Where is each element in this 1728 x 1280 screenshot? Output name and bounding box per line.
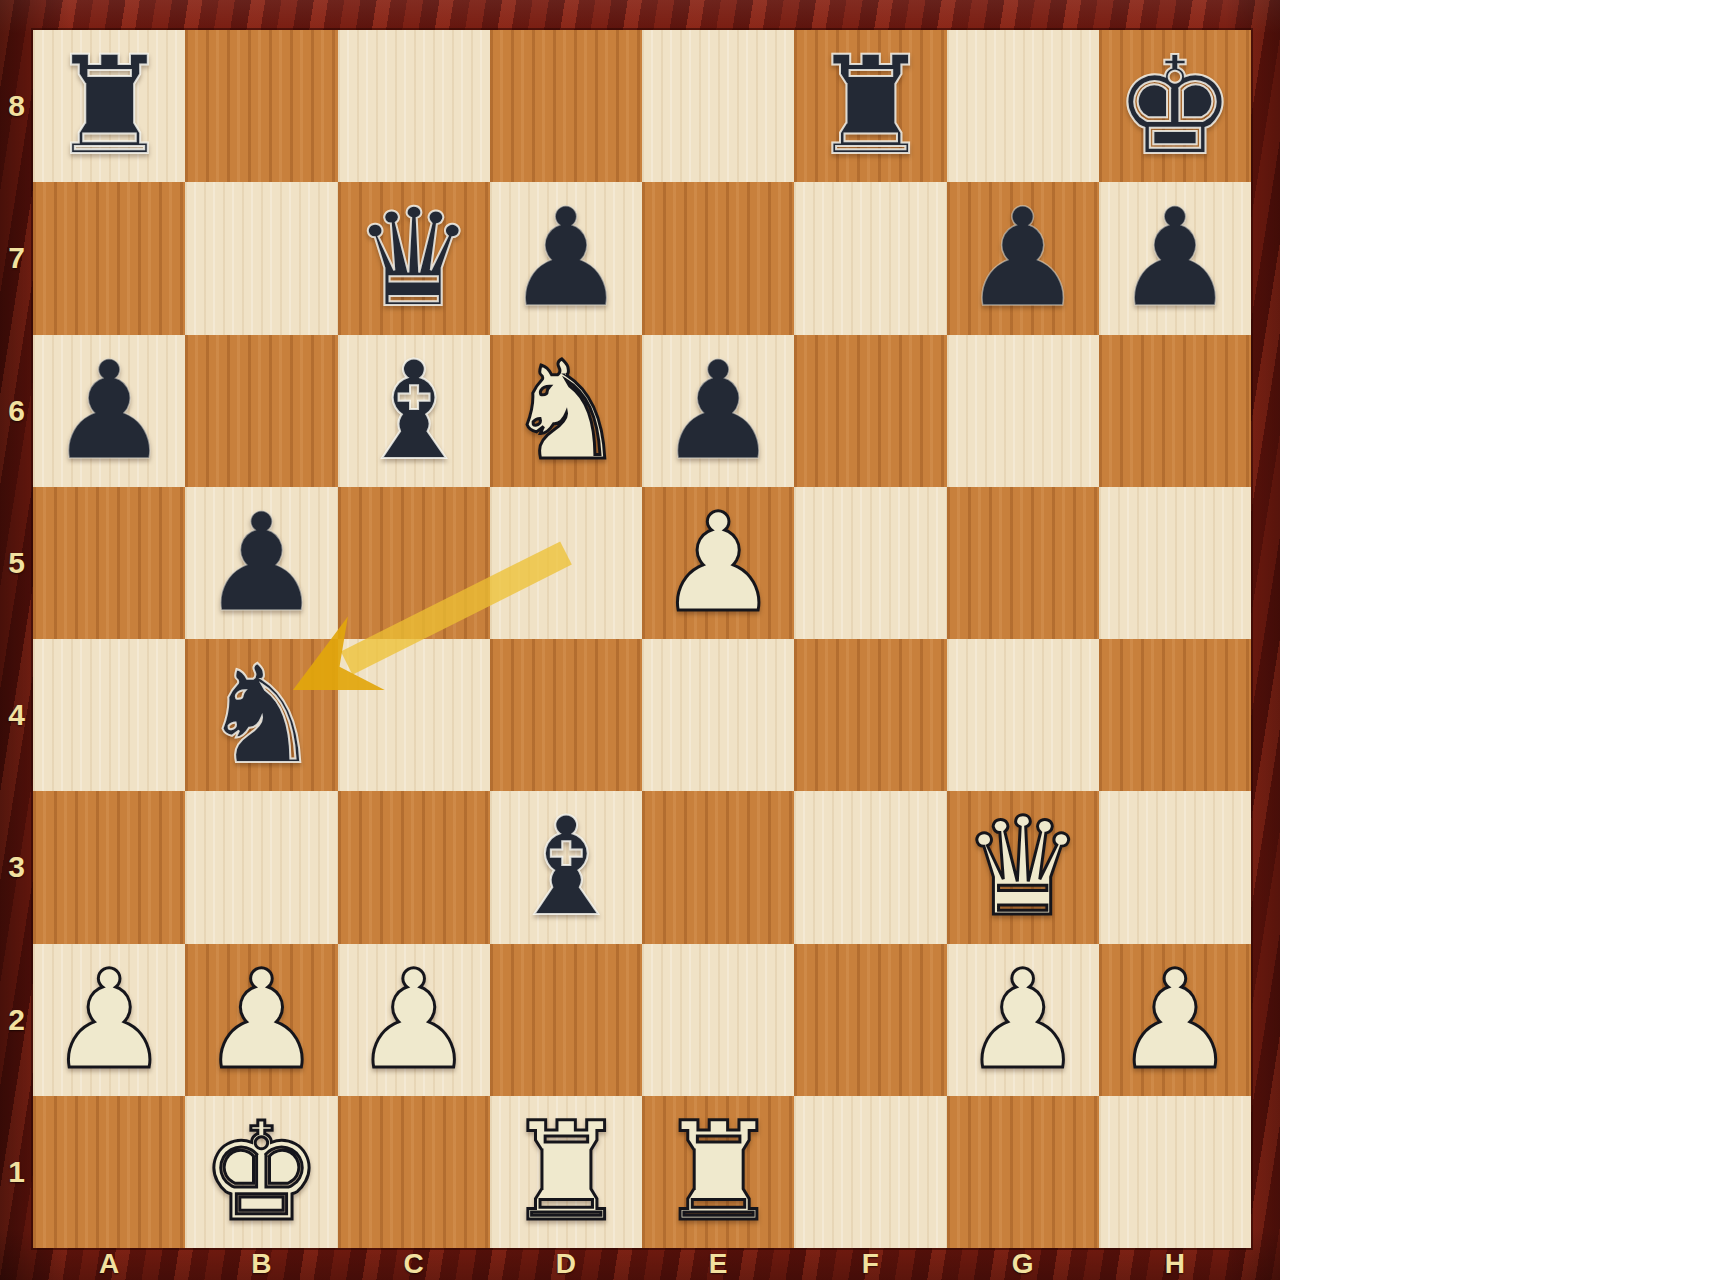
square-f3[interactable] xyxy=(794,791,946,943)
square-c1[interactable] xyxy=(338,1096,490,1248)
file-label-d: D xyxy=(490,1247,642,1280)
square-g6[interactable] xyxy=(947,335,1099,487)
square-f1[interactable] xyxy=(794,1096,946,1248)
file-label-e: E xyxy=(642,1247,794,1280)
square-b5[interactable]: ♟ xyxy=(185,487,337,639)
square-e7[interactable] xyxy=(642,182,794,334)
file-label-h: H xyxy=(1099,1247,1251,1280)
square-a1[interactable] xyxy=(33,1096,185,1248)
piece-white-pawn[interactable]: ♟ xyxy=(947,946,1099,1094)
piece-white-pawn[interactable]: ♟ xyxy=(33,946,185,1094)
square-h1[interactable] xyxy=(1099,1096,1251,1248)
square-b8[interactable] xyxy=(185,30,337,182)
square-e5[interactable]: ♟ xyxy=(642,487,794,639)
square-b2[interactable]: ♟ xyxy=(185,944,337,1096)
piece-white-queen[interactable]: ♛ xyxy=(947,793,1099,941)
piece-white-knight[interactable]: ♞ xyxy=(490,337,642,485)
square-g2[interactable]: ♟ xyxy=(947,944,1099,1096)
piece-white-rook[interactable]: ♜ xyxy=(490,1098,642,1246)
square-a7[interactable] xyxy=(33,182,185,334)
square-d1[interactable]: ♜ xyxy=(490,1096,642,1248)
rank-label-8: 8 xyxy=(0,30,33,182)
rank-label-7: 7 xyxy=(0,182,33,334)
board-squares: ♜♜♚♛♟♟♟♟♝♞♟♟♟♞♝♛♟♟♟♟♟♚♜♜ xyxy=(33,30,1251,1248)
square-f2[interactable] xyxy=(794,944,946,1096)
piece-black-queen[interactable]: ♛ xyxy=(338,184,490,332)
file-label-a: A xyxy=(33,1247,185,1280)
square-c6[interactable]: ♝ xyxy=(338,335,490,487)
square-c4[interactable] xyxy=(338,639,490,791)
square-e8[interactable] xyxy=(642,30,794,182)
square-f4[interactable] xyxy=(794,639,946,791)
piece-black-pawn[interactable]: ♟ xyxy=(1099,184,1251,332)
piece-black-pawn[interactable]: ♟ xyxy=(33,337,185,485)
chess-board: ♜♜♚♛♟♟♟♟♝♞♟♟♟♞♝♛♟♟♟♟♟♚♜♜ 87654321ABCDEFG… xyxy=(0,0,1280,1280)
piece-black-king[interactable]: ♚ xyxy=(1099,32,1251,180)
file-label-c: C xyxy=(338,1247,490,1280)
file-label-g: G xyxy=(947,1247,1099,1280)
square-b6[interactable] xyxy=(185,335,337,487)
rank-label-6: 6 xyxy=(0,335,33,487)
piece-black-pawn[interactable]: ♟ xyxy=(947,184,1099,332)
square-c7[interactable]: ♛ xyxy=(338,182,490,334)
square-c8[interactable] xyxy=(338,30,490,182)
square-h8[interactable]: ♚ xyxy=(1099,30,1251,182)
square-a3[interactable] xyxy=(33,791,185,943)
piece-white-bishop[interactable]: ♝ xyxy=(490,793,642,941)
square-c5[interactable] xyxy=(338,487,490,639)
square-f7[interactable] xyxy=(794,182,946,334)
square-g4[interactable] xyxy=(947,639,1099,791)
square-h2[interactable]: ♟ xyxy=(1099,944,1251,1096)
piece-white-pawn[interactable]: ♟ xyxy=(642,489,794,637)
square-h6[interactable] xyxy=(1099,335,1251,487)
piece-black-pawn[interactable]: ♟ xyxy=(642,337,794,485)
rank-label-4: 4 xyxy=(0,639,33,791)
piece-white-king[interactable]: ♚ xyxy=(185,1098,337,1246)
square-g3[interactable]: ♛ xyxy=(947,791,1099,943)
square-d7[interactable]: ♟ xyxy=(490,182,642,334)
piece-white-pawn[interactable]: ♟ xyxy=(1099,946,1251,1094)
square-h4[interactable] xyxy=(1099,639,1251,791)
square-h5[interactable] xyxy=(1099,487,1251,639)
square-g7[interactable]: ♟ xyxy=(947,182,1099,334)
square-b3[interactable] xyxy=(185,791,337,943)
square-g8[interactable] xyxy=(947,30,1099,182)
square-b1[interactable]: ♚ xyxy=(185,1096,337,1248)
square-a2[interactable]: ♟ xyxy=(33,944,185,1096)
rank-label-3: 3 xyxy=(0,791,33,943)
piece-black-knight[interactable]: ♞ xyxy=(185,641,337,789)
piece-white-pawn[interactable]: ♟ xyxy=(338,946,490,1094)
piece-black-rook[interactable]: ♜ xyxy=(33,32,185,180)
square-f8[interactable]: ♜ xyxy=(794,30,946,182)
square-b4[interactable]: ♞ xyxy=(185,639,337,791)
square-a8[interactable]: ♜ xyxy=(33,30,185,182)
rank-label-1: 1 xyxy=(0,1096,33,1248)
rank-label-5: 5 xyxy=(0,487,33,639)
piece-black-pawn[interactable]: ♟ xyxy=(185,489,337,637)
square-e1[interactable]: ♜ xyxy=(642,1096,794,1248)
square-a6[interactable]: ♟ xyxy=(33,335,185,487)
square-d5[interactable] xyxy=(490,487,642,639)
piece-black-rook[interactable]: ♜ xyxy=(794,32,946,180)
square-g1[interactable] xyxy=(947,1096,1099,1248)
square-e6[interactable]: ♟ xyxy=(642,335,794,487)
square-b7[interactable] xyxy=(185,182,337,334)
square-e4[interactable] xyxy=(642,639,794,791)
square-e2[interactable] xyxy=(642,944,794,1096)
square-h7[interactable]: ♟ xyxy=(1099,182,1251,334)
square-c2[interactable]: ♟ xyxy=(338,944,490,1096)
piece-white-pawn[interactable]: ♟ xyxy=(185,946,337,1094)
file-label-f: F xyxy=(794,1247,946,1280)
square-e3[interactable] xyxy=(642,791,794,943)
square-g5[interactable] xyxy=(947,487,1099,639)
square-d8[interactable] xyxy=(490,30,642,182)
square-a4[interactable] xyxy=(33,639,185,791)
square-h3[interactable] xyxy=(1099,791,1251,943)
piece-black-bishop[interactable]: ♝ xyxy=(338,337,490,485)
square-f6[interactable] xyxy=(794,335,946,487)
square-a5[interactable] xyxy=(33,487,185,639)
square-f5[interactable] xyxy=(794,487,946,639)
square-d6[interactable]: ♞ xyxy=(490,335,642,487)
square-d4[interactable] xyxy=(490,639,642,791)
file-label-b: B xyxy=(185,1247,337,1280)
square-d2[interactable] xyxy=(490,944,642,1096)
square-d3[interactable]: ♝ xyxy=(490,791,642,943)
square-c3[interactable] xyxy=(338,791,490,943)
piece-white-rook[interactable]: ♜ xyxy=(642,1098,794,1246)
piece-black-pawn[interactable]: ♟ xyxy=(490,184,642,332)
page: ♜♜♚♛♟♟♟♟♝♞♟♟♟♞♝♛♟♟♟♟♟♚♜♜ 87654321ABCDEFG… xyxy=(0,0,1728,1280)
rank-label-2: 2 xyxy=(0,944,33,1096)
